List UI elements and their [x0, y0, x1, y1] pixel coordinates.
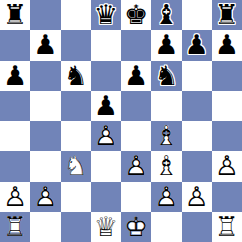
square-g1[interactable]: [182, 212, 212, 242]
square-f4[interactable]: ♝♗: [151, 121, 181, 151]
piece-glyph: ♚: [124, 1, 148, 28]
square-e1[interactable]: ♚♔: [121, 212, 151, 242]
piece-white-queen[interactable]: ♛♕: [91, 212, 121, 242]
piece-white-rook[interactable]: ♜♖: [0, 212, 30, 242]
square-d7[interactable]: [91, 30, 121, 60]
piece-black-pawn[interactable]: ♟: [212, 30, 242, 60]
piece-glyph: ♟: [154, 31, 178, 58]
square-e8[interactable]: ♚: [121, 0, 151, 30]
piece-glyph: ♟: [94, 92, 118, 119]
square-b5[interactable]: [30, 91, 60, 121]
piece-outline-glyph: ♙: [124, 152, 148, 179]
square-c6[interactable]: ♞: [61, 61, 91, 91]
piece-black-king[interactable]: ♚: [121, 0, 151, 30]
square-h5[interactable]: [212, 91, 242, 121]
piece-black-pawn[interactable]: ♟: [0, 61, 30, 91]
square-f6[interactable]: ♞: [151, 61, 181, 91]
piece-black-pawn[interactable]: ♟: [151, 30, 181, 60]
square-d4[interactable]: ♟♙: [91, 121, 121, 151]
piece-black-bishop[interactable]: ♝: [151, 0, 181, 30]
piece-black-rook[interactable]: ♜: [0, 0, 30, 30]
piece-white-pawn[interactable]: ♟♙: [151, 182, 181, 212]
square-e4[interactable]: [121, 121, 151, 151]
piece-outline-glyph: ♙: [154, 183, 178, 210]
square-a2[interactable]: ♟♙: [0, 182, 30, 212]
piece-glyph: ♞: [64, 62, 88, 89]
square-d6[interactable]: [91, 61, 121, 91]
square-e5[interactable]: [121, 91, 151, 121]
square-e3[interactable]: ♟♙: [121, 151, 151, 181]
square-h2[interactable]: [212, 182, 242, 212]
piece-white-king[interactable]: ♚♔: [121, 212, 151, 242]
square-c8[interactable]: [61, 0, 91, 30]
piece-white-rook[interactable]: ♜♖: [212, 212, 242, 242]
square-a4[interactable]: [0, 121, 30, 151]
square-f8[interactable]: ♝: [151, 0, 181, 30]
piece-outline-glyph: ♖: [3, 213, 27, 240]
piece-outline-glyph: ♔: [124, 213, 148, 240]
piece-black-pawn[interactable]: ♟: [121, 61, 151, 91]
piece-outline-glyph: ♖: [215, 213, 239, 240]
piece-outline-glyph: ♙: [215, 152, 239, 179]
chess-board: ♜♛♚♝♜♟♟♟♟♟♞♟♞♟♟♙♝♗♞♘♟♙♝♗♟♙♟♙♟♙♟♙♟♙♜♖♛♕♚♔…: [0, 0, 242, 242]
piece-black-pawn[interactable]: ♟: [91, 91, 121, 121]
piece-black-knight[interactable]: ♞: [151, 61, 181, 91]
square-a3[interactable]: [0, 151, 30, 181]
square-g7[interactable]: ♟: [182, 30, 212, 60]
square-b4[interactable]: [30, 121, 60, 151]
square-h6[interactable]: [212, 61, 242, 91]
piece-outline-glyph: ♕: [94, 213, 118, 240]
square-g8[interactable]: [182, 0, 212, 30]
piece-glyph: ♟: [33, 31, 57, 58]
piece-glyph: ♟: [3, 62, 27, 89]
square-b7[interactable]: ♟: [30, 30, 60, 60]
square-c4[interactable]: [61, 121, 91, 151]
piece-white-bishop[interactable]: ♝♗: [151, 151, 181, 181]
piece-white-pawn[interactable]: ♟♙: [121, 151, 151, 181]
piece-glyph: ♝: [154, 1, 178, 28]
square-d3[interactable]: [91, 151, 121, 181]
square-a8[interactable]: ♜: [0, 0, 30, 30]
square-g6[interactable]: [182, 61, 212, 91]
square-c1[interactable]: [61, 212, 91, 242]
piece-white-pawn[interactable]: ♟♙: [182, 182, 212, 212]
square-b3[interactable]: [30, 151, 60, 181]
piece-outline-glyph: ♗: [154, 122, 178, 149]
piece-outline-glyph: ♙: [3, 183, 27, 210]
piece-black-pawn[interactable]: ♟: [30, 30, 60, 60]
piece-glyph: ♛: [94, 1, 118, 28]
square-c3[interactable]: ♞♘: [61, 151, 91, 181]
piece-black-queen[interactable]: ♛: [91, 0, 121, 30]
square-h4[interactable]: [212, 121, 242, 151]
piece-glyph: ♟: [185, 31, 209, 58]
square-e2[interactable]: [121, 182, 151, 212]
square-c5[interactable]: [61, 91, 91, 121]
piece-glyph: ♟: [215, 31, 239, 58]
square-a1[interactable]: ♜♖: [0, 212, 30, 242]
square-b2[interactable]: ♟♙: [30, 182, 60, 212]
square-a6[interactable]: ♟: [0, 61, 30, 91]
square-g4[interactable]: [182, 121, 212, 151]
square-e6[interactable]: ♟: [121, 61, 151, 91]
square-h1[interactable]: ♜♖: [212, 212, 242, 242]
square-c2[interactable]: [61, 182, 91, 212]
piece-glyph: ♜: [215, 1, 239, 28]
square-a7[interactable]: [0, 30, 30, 60]
square-f7[interactable]: ♟: [151, 30, 181, 60]
piece-outline-glyph: ♘: [64, 152, 88, 179]
square-h7[interactable]: ♟: [212, 30, 242, 60]
piece-white-pawn[interactable]: ♟♙: [0, 182, 30, 212]
square-h8[interactable]: ♜: [212, 0, 242, 30]
piece-white-bishop[interactable]: ♝♗: [151, 121, 181, 151]
piece-black-knight[interactable]: ♞: [61, 61, 91, 91]
square-f5[interactable]: [151, 91, 181, 121]
piece-glyph: ♞: [154, 62, 178, 89]
piece-outline-glyph: ♙: [185, 183, 209, 210]
square-c7[interactable]: [61, 30, 91, 60]
square-g3[interactable]: [182, 151, 212, 181]
piece-outline-glyph: ♗: [154, 152, 178, 179]
square-b1[interactable]: [30, 212, 60, 242]
square-e7[interactable]: [121, 30, 151, 60]
piece-black-pawn[interactable]: ♟: [182, 30, 212, 60]
square-g2[interactable]: ♟♙: [182, 182, 212, 212]
piece-outline-glyph: ♙: [33, 183, 57, 210]
piece-white-pawn[interactable]: ♟♙: [91, 121, 121, 151]
square-d1[interactable]: ♛♕: [91, 212, 121, 242]
square-h3[interactable]: ♟♙: [212, 151, 242, 181]
square-d8[interactable]: ♛: [91, 0, 121, 30]
piece-white-knight[interactable]: ♞♘: [61, 151, 91, 181]
piece-white-pawn[interactable]: ♟♙: [212, 151, 242, 181]
piece-glyph: ♟: [124, 62, 148, 89]
piece-outline-glyph: ♙: [94, 122, 118, 149]
square-f3[interactable]: ♝♗: [151, 151, 181, 181]
square-a5[interactable]: [0, 91, 30, 121]
square-d2[interactable]: [91, 182, 121, 212]
square-b6[interactable]: [30, 61, 60, 91]
square-f1[interactable]: [151, 212, 181, 242]
square-b8[interactable]: [30, 0, 60, 30]
piece-glyph: ♜: [3, 1, 27, 28]
square-f2[interactable]: ♟♙: [151, 182, 181, 212]
piece-white-pawn[interactable]: ♟♙: [30, 182, 60, 212]
piece-black-rook[interactable]: ♜: [212, 0, 242, 30]
square-d5[interactable]: ♟: [91, 91, 121, 121]
square-g5[interactable]: [182, 91, 212, 121]
